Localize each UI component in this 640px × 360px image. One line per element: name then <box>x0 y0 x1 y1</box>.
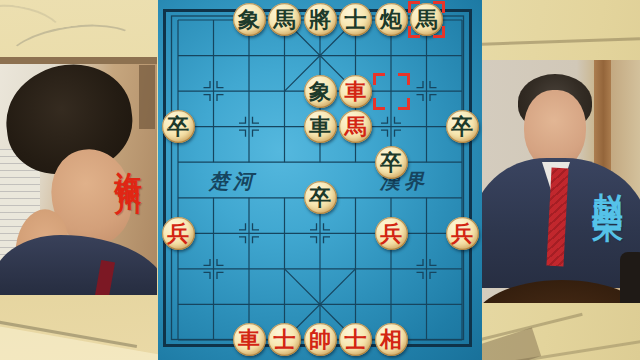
piece-black-象[interactable]: 象 <box>304 75 337 108</box>
piece-red-車[interactable]: 車 <box>339 75 372 108</box>
board-grid[interactable]: 象馬將士炮馬象車卒車馬卒卒卒兵兵兵車士帥士相 <box>160 2 480 357</box>
piece-red-士[interactable]: 士 <box>339 323 372 356</box>
marker-corner <box>398 73 410 85</box>
player-suit <box>0 235 157 295</box>
piece-red-士[interactable]: 士 <box>268 323 301 356</box>
photo-chair <box>620 252 640 303</box>
tatami-seam <box>482 37 640 46</box>
piece-black-士[interactable]: 士 <box>339 3 372 36</box>
piece-red-馬[interactable]: 馬 <box>339 110 372 143</box>
piece-black-卒[interactable]: 卒 <box>375 146 408 179</box>
player-name-right: 赵国荣 <box>586 168 628 195</box>
xiangqi-board[interactable]: 楚河 漢界 象馬將士炮馬象車卒車馬卒卒卒兵兵兵車士帥士相 <box>158 0 482 360</box>
piece-red-兵[interactable]: 兵 <box>446 217 479 250</box>
last-move-marker <box>373 73 410 110</box>
marker-corner <box>373 98 385 110</box>
piece-red-兵[interactable]: 兵 <box>162 217 195 250</box>
piece-black-馬[interactable]: 馬 <box>410 3 443 36</box>
piece-black-象[interactable]: 象 <box>233 3 266 36</box>
video-frame: 楚河 漢界 象馬將士炮馬象車卒車馬卒卒卒兵兵兵車士帥士相 许银川 赵国荣 <box>0 0 640 360</box>
player-photo-left-xu-yinchuan <box>0 57 157 295</box>
piece-black-卒[interactable]: 卒 <box>304 181 337 214</box>
piece-black-馬[interactable]: 馬 <box>268 3 301 36</box>
piece-red-帥[interactable]: 帥 <box>304 323 337 356</box>
piece-black-將[interactable]: 將 <box>304 3 337 36</box>
piece-red-相[interactable]: 相 <box>375 323 408 356</box>
piece-black-卒[interactable]: 卒 <box>162 110 195 143</box>
photo-shelf <box>139 65 155 129</box>
piece-black-車[interactable]: 車 <box>304 110 337 143</box>
marker-corner <box>373 73 385 85</box>
marker-corner <box>398 98 410 110</box>
photo-wall-strip <box>0 57 157 64</box>
piece-black-炮[interactable]: 炮 <box>375 3 408 36</box>
piece-red-車[interactable]: 車 <box>233 323 266 356</box>
player-name-left: 许银川 <box>110 150 146 174</box>
piece-red-兵[interactable]: 兵 <box>375 217 408 250</box>
table-edge-highlight <box>0 326 162 360</box>
piece-black-卒[interactable]: 卒 <box>446 110 479 143</box>
